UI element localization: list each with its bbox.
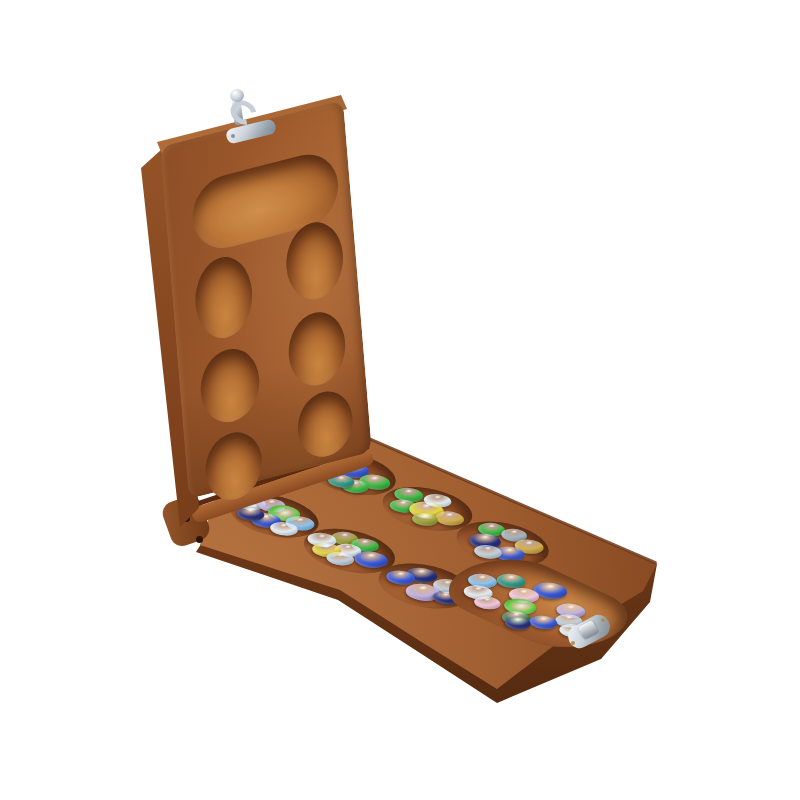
lid-left-side-face <box>0 0 800 800</box>
pit-lid-left-1[interactable] <box>192 250 255 344</box>
pit-lid-left-2[interactable] <box>198 342 262 429</box>
mancala-product-photo <box>0 0 800 800</box>
pit-lid-right-2[interactable] <box>286 306 348 392</box>
pit-lid-right-3[interactable] <box>295 385 354 463</box>
clasp-ball <box>230 89 244 102</box>
lid-pit-area <box>160 100 372 499</box>
base-side-faces <box>0 0 800 800</box>
lid-top-edge-face <box>0 0 800 800</box>
hinge-pin <box>196 536 203 543</box>
clasp-screw <box>231 134 235 138</box>
latch-screw <box>571 641 575 645</box>
latch-screw <box>601 618 605 622</box>
base-top-face <box>0 0 800 800</box>
pit-base-store[interactable] <box>425 548 651 660</box>
